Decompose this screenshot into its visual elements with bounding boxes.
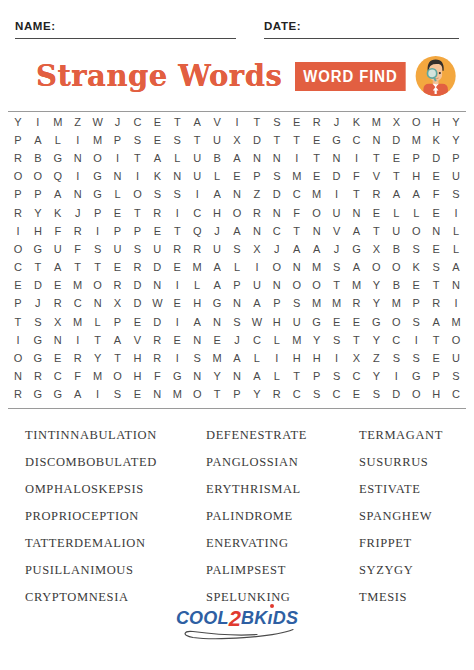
grid-cell[interactable]: N <box>88 295 108 313</box>
grid-cell[interactable]: Z <box>68 113 88 131</box>
grid-cell[interactable]: R <box>68 349 88 367</box>
grid-cell[interactable]: M <box>287 331 307 349</box>
grid-cell[interactable]: I <box>88 386 108 404</box>
grid-cell[interactable]: N <box>227 368 247 386</box>
grid-cell[interactable]: T <box>287 131 307 149</box>
grid-cell[interactable]: U <box>446 168 466 186</box>
grid-cell[interactable]: I <box>406 331 426 349</box>
grid-cell[interactable]: M <box>406 131 426 149</box>
grid-cell[interactable]: D <box>247 131 267 149</box>
grid-cell[interactable]: C <box>68 295 88 313</box>
grid-cell[interactable]: A <box>347 222 367 240</box>
grid-cell[interactable]: A <box>247 295 267 313</box>
grid-cell[interactable]: G <box>48 149 68 167</box>
grid-cell[interactable]: A <box>426 313 446 331</box>
grid-cell[interactable]: I <box>227 113 247 131</box>
grid-cell[interactable]: N <box>347 204 367 222</box>
grid-cell[interactable]: N <box>247 222 267 240</box>
grid-cell[interactable]: I <box>247 259 267 277</box>
grid-cell[interactable]: K <box>426 131 446 149</box>
grid-cell[interactable]: G <box>327 131 347 149</box>
grid-cell[interactable]: L <box>446 240 466 258</box>
grid-cell[interactable]: A <box>68 386 88 404</box>
grid-cell[interactable]: L <box>207 168 227 186</box>
grid-cell[interactable]: H <box>127 349 147 367</box>
grid-cell[interactable]: T <box>287 222 307 240</box>
grid-cell[interactable]: Y <box>366 368 386 386</box>
grid-cell[interactable]: P <box>247 168 267 186</box>
grid-cell[interactable]: L <box>48 131 68 149</box>
grid-cell[interactable]: N <box>307 222 327 240</box>
grid-cell[interactable]: M <box>88 368 108 386</box>
grid-cell[interactable]: P <box>28 186 48 204</box>
grid-cell[interactable]: O <box>267 259 287 277</box>
grid-cell[interactable]: L <box>88 313 108 331</box>
grid-cell[interactable]: T <box>366 149 386 167</box>
grid-cell[interactable]: H <box>307 349 327 367</box>
grid-cell[interactable]: H <box>406 168 426 186</box>
grid-cell[interactable]: S <box>227 240 247 258</box>
grid-cell[interactable]: C <box>287 386 307 404</box>
grid-cell[interactable]: P <box>8 295 28 313</box>
grid-cell[interactable]: V <box>127 331 147 349</box>
grid-cell[interactable]: C <box>347 368 367 386</box>
grid-cell[interactable]: C <box>327 386 347 404</box>
grid-cell[interactable]: E <box>167 295 187 313</box>
grid-cell[interactable]: E <box>147 222 167 240</box>
grid-cell[interactable]: N <box>68 149 88 167</box>
grid-cell[interactable]: R <box>347 295 367 313</box>
grid-cell[interactable]: I <box>68 131 88 149</box>
grid-cell[interactable]: N <box>68 186 88 204</box>
grid-cell[interactable]: L <box>267 331 287 349</box>
grid-cell[interactable]: N <box>327 149 347 167</box>
grid-cell[interactable]: O <box>127 186 147 204</box>
grid-cell[interactable]: M <box>347 277 367 295</box>
grid-cell[interactable]: I <box>446 204 466 222</box>
grid-cell[interactable]: A <box>227 349 247 367</box>
grid-cell[interactable]: L <box>108 186 128 204</box>
grid-cell[interactable]: I <box>8 222 28 240</box>
grid-cell[interactable]: I <box>327 186 347 204</box>
grid-cell[interactable]: H <box>127 368 147 386</box>
grid-cell[interactable]: A <box>48 186 68 204</box>
grid-cell[interactable]: R <box>426 295 446 313</box>
grid-cell[interactable]: S <box>327 259 347 277</box>
grid-cell[interactable]: R <box>28 368 48 386</box>
grid-cell[interactable]: G <box>366 313 386 331</box>
grid-cell[interactable]: C <box>386 331 406 349</box>
grid-cell[interactable]: J <box>327 113 347 131</box>
grid-cell[interactable]: U <box>247 277 267 295</box>
grid-cell[interactable]: A <box>446 259 466 277</box>
grid-cell[interactable]: I <box>347 149 367 167</box>
grid-cell[interactable]: T <box>267 131 287 149</box>
grid-cell[interactable]: P <box>406 295 426 313</box>
grid-cell[interactable]: P <box>227 277 247 295</box>
grid-cell[interactable]: G <box>307 313 327 331</box>
grid-cell[interactable]: S <box>227 313 247 331</box>
grid-cell[interactable]: T <box>68 259 88 277</box>
grid-cell[interactable]: A <box>227 149 247 167</box>
grid-cell[interactable]: I <box>167 313 187 331</box>
grid-cell[interactable]: V <box>327 222 347 240</box>
grid-cell[interactable]: O <box>386 313 406 331</box>
grid-cell[interactable]: E <box>8 277 28 295</box>
grid-cell[interactable]: A <box>207 186 227 204</box>
grid-cell[interactable]: I <box>28 113 48 131</box>
grid-cell[interactable]: E <box>327 313 347 331</box>
grid-cell[interactable]: X <box>108 295 128 313</box>
grid-cell[interactable]: O <box>8 349 28 367</box>
grid-cell[interactable]: H <box>426 113 446 131</box>
grid-cell[interactable]: M <box>187 259 207 277</box>
grid-cell[interactable]: R <box>48 295 68 313</box>
grid-cell[interactable]: P <box>426 368 446 386</box>
grid-cell[interactable]: J <box>28 295 48 313</box>
grid-cell[interactable]: R <box>68 222 88 240</box>
grid-cell[interactable]: L <box>446 222 466 240</box>
grid-cell[interactable]: M <box>327 295 347 313</box>
grid-cell[interactable]: I <box>327 349 347 367</box>
grid-cell[interactable]: T <box>366 222 386 240</box>
grid-cell[interactable]: S <box>187 349 207 367</box>
grid-cell[interactable]: S <box>287 295 307 313</box>
grid-cell[interactable]: M <box>307 295 327 313</box>
grid-cell[interactable]: D <box>147 259 167 277</box>
grid-cell[interactable]: M <box>446 313 466 331</box>
grid-cell[interactable]: S <box>267 168 287 186</box>
grid-cell[interactable]: R <box>8 149 28 167</box>
grid-cell[interactable]: M <box>307 186 327 204</box>
grid-cell[interactable]: D <box>127 295 147 313</box>
grid-cell[interactable]: I <box>68 331 88 349</box>
grid-cell[interactable]: C <box>347 131 367 149</box>
grid-cell[interactable]: I <box>267 349 287 367</box>
grid-cell[interactable]: O <box>406 222 426 240</box>
grid-cell[interactable]: P <box>108 313 128 331</box>
date-input-line[interactable]: DATE: <box>264 16 459 39</box>
grid-cell[interactable]: Y <box>446 131 466 149</box>
grid-cell[interactable]: O <box>307 204 327 222</box>
grid-cell[interactable]: S <box>327 331 347 349</box>
grid-cell[interactable]: F <box>68 368 88 386</box>
grid-cell[interactable]: N <box>227 186 247 204</box>
grid-cell[interactable]: E <box>207 331 227 349</box>
grid-cell[interactable]: S <box>88 240 108 258</box>
grid-cell[interactable]: O <box>406 386 426 404</box>
grid-cell[interactable]: F <box>347 168 367 186</box>
grid-cell[interactable]: E <box>347 313 367 331</box>
grid-cell[interactable]: U <box>48 240 68 258</box>
grid-cell[interactable]: O <box>287 277 307 295</box>
grid-cell[interactable]: O <box>227 204 247 222</box>
grid-cell[interactable]: W <box>147 295 167 313</box>
grid-cell[interactable]: W <box>247 313 267 331</box>
grid-cell[interactable]: R <box>108 277 128 295</box>
grid-cell[interactable]: J <box>327 240 347 258</box>
grid-cell[interactable]: M <box>366 113 386 131</box>
grid-cell[interactable]: A <box>307 240 327 258</box>
grid-cell[interactable]: R <box>8 204 28 222</box>
grid-cell[interactable]: M <box>68 313 88 331</box>
grid-cell[interactable]: Z <box>247 186 267 204</box>
grid-cell[interactable]: O <box>386 259 406 277</box>
grid-cell[interactable]: A <box>207 277 227 295</box>
grid-cell[interactable]: G <box>88 186 108 204</box>
grid-cell[interactable]: E <box>108 259 128 277</box>
grid-cell[interactable]: T <box>207 386 227 404</box>
grid-cell[interactable]: Q <box>187 222 207 240</box>
grid-cell[interactable]: N <box>187 331 207 349</box>
grid-cell[interactable]: A <box>247 368 267 386</box>
grid-cell[interactable]: R <box>187 240 207 258</box>
grid-cell[interactable]: L <box>247 349 267 367</box>
grid-cell[interactable]: I <box>167 204 187 222</box>
grid-cell[interactable]: F <box>426 186 446 204</box>
grid-cell[interactable]: M <box>167 386 187 404</box>
grid-cell[interactable]: E <box>48 277 68 295</box>
grid-cell[interactable]: S <box>167 131 187 149</box>
grid-cell[interactable]: D <box>386 386 406 404</box>
grid-cell[interactable]: M <box>88 131 108 149</box>
grid-cell[interactable]: U <box>446 349 466 367</box>
grid-cell[interactable]: G <box>28 331 48 349</box>
grid-cell[interactable]: O <box>88 277 108 295</box>
grid-cell[interactable]: I <box>386 368 406 386</box>
grid-cell[interactable]: I <box>68 168 88 186</box>
grid-cell[interactable]: F <box>287 204 307 222</box>
grid-cell[interactable]: N <box>187 368 207 386</box>
grid-cell[interactable]: U <box>187 168 207 186</box>
grid-cell[interactable]: R <box>307 113 327 131</box>
grid-cell[interactable]: E <box>108 204 128 222</box>
grid-cell[interactable]: G <box>88 168 108 186</box>
grid-cell[interactable]: E <box>307 131 327 149</box>
grid-cell[interactable]: E <box>147 113 167 131</box>
grid-cell[interactable]: G <box>406 368 426 386</box>
grid-cell[interactable]: O <box>28 168 48 186</box>
grid-cell[interactable]: Y <box>88 349 108 367</box>
grid-cell[interactable]: N <box>446 277 466 295</box>
grid-cell[interactable]: S <box>406 313 426 331</box>
grid-cell[interactable]: N <box>207 313 227 331</box>
grid-cell[interactable]: B <box>386 240 406 258</box>
grid-cell[interactable]: G <box>28 386 48 404</box>
grid-cell[interactable]: O <box>8 240 28 258</box>
grid-cell[interactable]: S <box>446 186 466 204</box>
grid-cell[interactable]: A <box>227 222 247 240</box>
grid-cell[interactable]: A <box>207 259 227 277</box>
grid-cell[interactable]: O <box>108 368 128 386</box>
grid-cell[interactable]: O <box>446 331 466 349</box>
grid-cell[interactable]: B <box>28 149 48 167</box>
grid-cell[interactable]: O <box>8 168 28 186</box>
grid-cell[interactable]: N <box>267 204 287 222</box>
grid-cell[interactable]: S <box>327 368 347 386</box>
grid-cell[interactable]: F <box>48 222 68 240</box>
grid-cell[interactable]: E <box>127 386 147 404</box>
grid-cell[interactable]: N <box>227 295 247 313</box>
grid-cell[interactable]: Y <box>366 277 386 295</box>
grid-cell[interactable]: Y <box>366 331 386 349</box>
grid-cell[interactable]: R <box>167 240 187 258</box>
grid-cell[interactable]: R <box>267 386 287 404</box>
grid-cell[interactable]: S <box>167 186 187 204</box>
grid-cell[interactable]: P <box>307 368 327 386</box>
grid-cell[interactable]: T <box>347 186 367 204</box>
grid-cell[interactable]: T <box>247 113 267 131</box>
grid-cell[interactable]: N <box>108 168 128 186</box>
grid-cell[interactable]: P <box>446 149 466 167</box>
grid-cell[interactable]: T <box>127 204 147 222</box>
grid-cell[interactable]: N <box>247 149 267 167</box>
grid-cell[interactable]: Y <box>8 113 28 131</box>
grid-cell[interactable]: N <box>267 149 287 167</box>
grid-cell[interactable]: C <box>48 368 68 386</box>
grid-cell[interactable]: E <box>366 204 386 222</box>
grid-cell[interactable]: Z <box>366 349 386 367</box>
grid-cell[interactable]: M <box>287 168 307 186</box>
grid-cell[interactable]: C <box>127 113 147 131</box>
grid-cell[interactable]: O <box>307 277 327 295</box>
grid-cell[interactable]: E <box>307 168 327 186</box>
grid-cell[interactable]: T <box>108 349 128 367</box>
grid-cell[interactable]: S <box>267 113 287 131</box>
grid-cell[interactable]: Y <box>207 368 227 386</box>
grid-cell[interactable]: D <box>386 131 406 149</box>
grid-cell[interactable]: R <box>147 331 167 349</box>
grid-cell[interactable]: X <box>247 240 267 258</box>
grid-cell[interactable]: T <box>88 331 108 349</box>
grid-cell[interactable]: A <box>28 131 48 149</box>
grid-cell[interactable]: N <box>167 168 187 186</box>
grid-cell[interactable]: U <box>108 240 128 258</box>
grid-cell[interactable]: I <box>167 277 187 295</box>
grid-cell[interactable]: H <box>287 349 307 367</box>
grid-cell[interactable]: L <box>167 149 187 167</box>
grid-cell[interactable]: N <box>8 368 28 386</box>
grid-cell[interactable]: L <box>227 259 247 277</box>
grid-cell[interactable]: J <box>227 331 247 349</box>
grid-cell[interactable]: T <box>426 277 446 295</box>
grid-cell[interactable]: I <box>446 295 466 313</box>
grid-cell[interactable]: H <box>207 204 227 222</box>
grid-cell[interactable]: P <box>108 222 128 240</box>
grid-cell[interactable]: D <box>267 186 287 204</box>
grid-cell[interactable]: A <box>406 186 426 204</box>
grid-cell[interactable]: J <box>267 240 287 258</box>
grid-cell[interactable]: A <box>347 259 367 277</box>
grid-cell[interactable]: E <box>167 331 187 349</box>
grid-cell[interactable]: P <box>127 222 147 240</box>
grid-cell[interactable]: T <box>8 313 28 331</box>
grid-cell[interactable]: T <box>88 259 108 277</box>
grid-cell[interactable]: M <box>307 259 327 277</box>
grid-cell[interactable]: F <box>68 240 88 258</box>
grid-cell[interactable]: L <box>406 204 426 222</box>
grid-cell[interactable]: Y <box>247 386 267 404</box>
grid-cell[interactable]: T <box>167 113 187 131</box>
grid-cell[interactable]: N <box>147 277 167 295</box>
grid-cell[interactable]: U <box>187 149 207 167</box>
grid-cell[interactable]: R <box>8 386 28 404</box>
grid-cell[interactable]: X <box>48 313 68 331</box>
grid-cell[interactable]: L <box>386 204 406 222</box>
grid-cell[interactable]: P <box>267 295 287 313</box>
grid-cell[interactable]: D <box>426 149 446 167</box>
grid-cell[interactable]: X <box>227 131 247 149</box>
grid-cell[interactable]: S <box>366 386 386 404</box>
grid-cell[interactable]: E <box>127 313 147 331</box>
grid-cell[interactable]: P <box>88 204 108 222</box>
grid-cell[interactable]: A <box>48 259 68 277</box>
grid-cell[interactable]: S <box>307 386 327 404</box>
grid-cell[interactable]: U <box>327 204 347 222</box>
grid-cell[interactable]: J <box>68 204 88 222</box>
grid-cell[interactable]: Q <box>48 168 68 186</box>
grid-cell[interactable]: H <box>267 313 287 331</box>
grid-cell[interactable]: Y <box>446 113 466 131</box>
grid-cell[interactable]: I <box>167 349 187 367</box>
grid-cell[interactable]: U <box>287 313 307 331</box>
cool2bkids-logo[interactable]: COOL2BKıDS <box>0 608 474 641</box>
grid-cell[interactable]: P <box>8 186 28 204</box>
grid-cell[interactable]: G <box>28 349 48 367</box>
grid-cell[interactable]: X <box>366 240 386 258</box>
grid-cell[interactable]: S <box>127 240 147 258</box>
grid-cell[interactable]: O <box>406 113 426 131</box>
grid-cell[interactable]: T <box>187 131 207 149</box>
grid-cell[interactable]: H <box>28 222 48 240</box>
grid-cell[interactable]: E <box>227 168 247 186</box>
grid-cell[interactable]: G <box>28 240 48 258</box>
grid-cell[interactable]: T <box>327 277 347 295</box>
grid-cell[interactable]: M <box>386 295 406 313</box>
grid-cell[interactable]: O <box>187 386 207 404</box>
grid-cell[interactable]: U <box>386 222 406 240</box>
grid-cell[interactable]: T <box>347 331 367 349</box>
grid-cell[interactable]: M <box>207 349 227 367</box>
grid-cell[interactable]: P <box>227 386 247 404</box>
grid-cell[interactable]: R <box>366 186 386 204</box>
grid-cell[interactable]: H <box>426 386 446 404</box>
grid-cell[interactable]: I <box>127 168 147 186</box>
grid-cell[interactable]: E <box>406 277 426 295</box>
grid-cell[interactable]: T <box>307 149 327 167</box>
grid-cell[interactable]: A <box>386 186 406 204</box>
grid-cell[interactable]: B <box>386 277 406 295</box>
grid-cell[interactable]: H <box>187 295 207 313</box>
grid-cell[interactable]: Y <box>366 295 386 313</box>
grid-cell[interactable]: N <box>267 277 287 295</box>
grid-cell[interactable]: C <box>267 222 287 240</box>
grid-cell[interactable]: W <box>88 113 108 131</box>
grid-cell[interactable]: B <box>207 149 227 167</box>
grid-cell[interactable]: M <box>68 277 88 295</box>
grid-cell[interactable]: I <box>108 149 128 167</box>
grid-cell[interactable]: T <box>386 168 406 186</box>
grid-cell[interactable]: E <box>287 113 307 131</box>
grid-cell[interactable]: R <box>127 259 147 277</box>
grid-cell[interactable]: S <box>108 386 128 404</box>
grid-cell[interactable]: E <box>48 349 68 367</box>
grid-cell[interactable]: S <box>426 259 446 277</box>
grid-cell[interactable]: S <box>406 349 426 367</box>
grid-cell[interactable]: K <box>48 204 68 222</box>
grid-cell[interactable]: X <box>386 113 406 131</box>
grid-cell[interactable]: P <box>406 149 426 167</box>
